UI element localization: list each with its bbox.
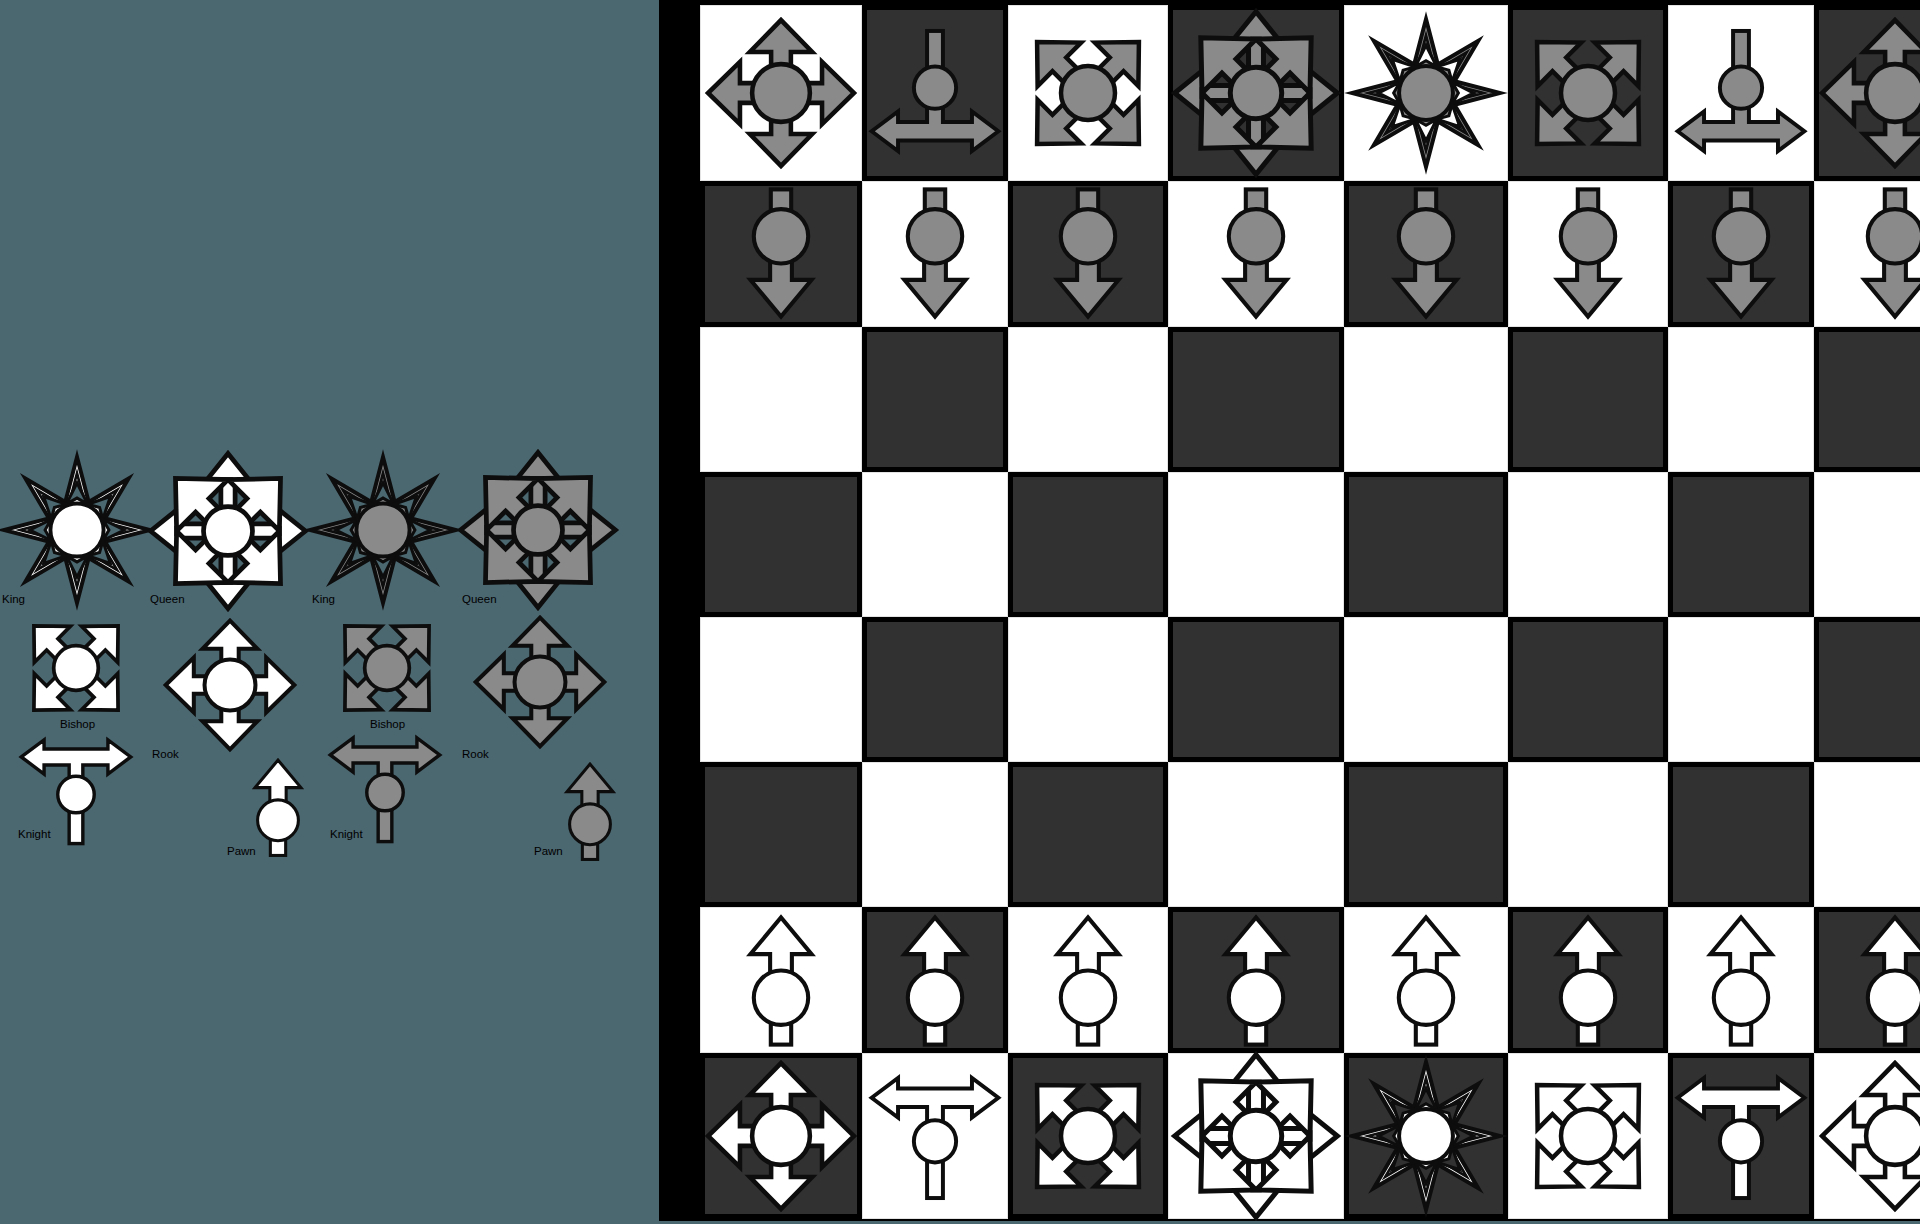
black-queen[interactable]: [1173, 10, 1339, 176]
black-pawn[interactable]: [1673, 186, 1809, 322]
square-h5[interactable]: [1814, 472, 1920, 617]
square-g4[interactable]: [1668, 617, 1814, 762]
legend-label-white-queen: Queen: [150, 593, 185, 606]
chess-board[interactable]: [700, 5, 1920, 1219]
black-pawn[interactable]: [1020, 186, 1156, 322]
square-d1[interactable]: [1168, 1053, 1344, 1219]
white-pawn[interactable]: [1673, 912, 1809, 1048]
white-queen-icon: [149, 452, 307, 610]
square-f8[interactable]: [1508, 5, 1668, 181]
square-c1[interactable]: [1008, 1053, 1168, 1219]
square-h4[interactable]: [1814, 617, 1920, 762]
black-pawn[interactable]: [713, 186, 849, 322]
legend-label-white-knight: Knight: [18, 828, 51, 841]
black-pawn[interactable]: [867, 186, 1003, 322]
square-a3[interactable]: [700, 762, 862, 907]
black-pawn[interactable]: [1827, 186, 1920, 322]
white-bishop[interactable]: [1013, 1061, 1163, 1211]
white-bishop[interactable]: [1513, 1061, 1663, 1211]
white-pawn[interactable]: [1020, 912, 1156, 1048]
square-b4[interactable]: [862, 617, 1008, 762]
legend-label-white-pawn: Pawn: [227, 845, 256, 858]
white-rook-icon: [163, 618, 297, 752]
legend-label-white-bishop: Bishop: [60, 718, 95, 731]
white-pawn[interactable]: [1188, 912, 1324, 1048]
square-a5[interactable]: [700, 472, 862, 617]
square-b1[interactable]: [862, 1053, 1008, 1219]
legend-label-white-rook: Rook: [152, 748, 179, 761]
square-f3[interactable]: [1508, 762, 1668, 907]
square-a6[interactable]: [700, 327, 862, 472]
square-g8[interactable]: [1668, 5, 1814, 181]
black-pawn[interactable]: [1358, 186, 1494, 322]
square-a1[interactable]: [700, 1053, 862, 1219]
square-d5[interactable]: [1168, 472, 1344, 617]
white-rook[interactable]: [705, 1060, 857, 1212]
square-h8[interactable]: [1814, 5, 1920, 181]
legend-label-black-bishop: Bishop: [370, 718, 405, 731]
legend-label-black-king: King: [312, 593, 335, 606]
square-g3[interactable]: [1668, 762, 1814, 907]
black-pawn[interactable]: [1188, 186, 1324, 322]
white-bishop-icon: [14, 606, 138, 730]
square-b3[interactable]: [862, 762, 1008, 907]
square-a8[interactable]: [700, 5, 862, 181]
square-c8[interactable]: [1008, 5, 1168, 181]
square-f2[interactable]: [1508, 907, 1668, 1053]
square-g1[interactable]: [1668, 1053, 1814, 1219]
square-g6[interactable]: [1668, 327, 1814, 472]
black-rook[interactable]: [705, 17, 857, 169]
square-d8[interactable]: [1168, 5, 1344, 181]
black-queen-icon: [459, 451, 617, 609]
white-pawn[interactable]: [1520, 912, 1656, 1048]
square-d6[interactable]: [1168, 327, 1344, 472]
square-d4[interactable]: [1168, 617, 1344, 762]
white-knight[interactable]: [869, 1070, 1001, 1202]
white-king[interactable]: [1349, 1059, 1503, 1213]
piece-movement-legend: King Queen King Queen Bishop Rook Bishop…: [0, 0, 659, 1224]
square-f4[interactable]: [1508, 617, 1668, 762]
square-b8[interactable]: [862, 5, 1008, 181]
square-h1[interactable]: [1814, 1053, 1920, 1219]
square-h6[interactable]: [1814, 327, 1920, 472]
white-pawn[interactable]: [1827, 912, 1920, 1048]
square-e5[interactable]: [1344, 472, 1508, 617]
black-king[interactable]: [1349, 16, 1503, 170]
legend-label-black-pawn: Pawn: [534, 845, 563, 858]
square-f7[interactable]: [1508, 181, 1668, 327]
white-pawn[interactable]: [867, 912, 1003, 1048]
white-pawn[interactable]: [1358, 912, 1494, 1048]
square-f5[interactable]: [1508, 472, 1668, 617]
white-rook[interactable]: [1819, 1060, 1920, 1212]
square-c2[interactable]: [1008, 907, 1168, 1053]
square-e3[interactable]: [1344, 762, 1508, 907]
square-e2[interactable]: [1344, 907, 1508, 1053]
square-b5[interactable]: [862, 472, 1008, 617]
white-king-icon: [1, 454, 153, 606]
square-e6[interactable]: [1344, 327, 1508, 472]
legend-label-black-rook: Rook: [462, 748, 489, 761]
square-a7[interactable]: [700, 181, 862, 327]
square-d2[interactable]: [1168, 907, 1344, 1053]
square-a2[interactable]: [700, 907, 862, 1053]
square-h2[interactable]: [1814, 907, 1920, 1053]
square-f6[interactable]: [1508, 327, 1668, 472]
square-c5[interactable]: [1008, 472, 1168, 617]
square-e8[interactable]: [1344, 5, 1508, 181]
square-f1[interactable]: [1508, 1053, 1668, 1219]
square-h7[interactable]: [1814, 181, 1920, 327]
black-rook-icon: [473, 615, 607, 749]
square-b7[interactable]: [862, 181, 1008, 327]
black-king-icon: [307, 454, 459, 606]
square-h3[interactable]: [1814, 762, 1920, 907]
black-bishop[interactable]: [1513, 18, 1663, 168]
square-e7[interactable]: [1344, 181, 1508, 327]
square-g5[interactable]: [1668, 472, 1814, 617]
black-pawn[interactable]: [1520, 186, 1656, 322]
square-c3[interactable]: [1008, 762, 1168, 907]
black-bishop[interactable]: [1013, 18, 1163, 168]
square-d3[interactable]: [1168, 762, 1344, 907]
square-b6[interactable]: [862, 327, 1008, 472]
white-pawn-icon: [227, 756, 329, 858]
square-c4[interactable]: [1008, 617, 1168, 762]
legend-label-white-king: King: [2, 593, 25, 606]
square-g2[interactable]: [1668, 907, 1814, 1053]
black-knight[interactable]: [869, 27, 1001, 159]
square-c6[interactable]: [1008, 327, 1168, 472]
black-bishop-icon: [325, 606, 449, 730]
square-a4[interactable]: [700, 617, 862, 762]
square-g7[interactable]: [1668, 181, 1814, 327]
white-pawn[interactable]: [713, 912, 849, 1048]
white-knight[interactable]: [1675, 1070, 1807, 1202]
square-d7[interactable]: [1168, 181, 1344, 327]
legend-label-black-queen: Queen: [462, 593, 497, 606]
square-b2[interactable]: [862, 907, 1008, 1053]
square-e4[interactable]: [1344, 617, 1508, 762]
black-knight[interactable]: [1675, 27, 1807, 159]
legend-label-black-knight: Knight: [330, 828, 363, 841]
white-queen[interactable]: [1173, 1053, 1339, 1219]
black-rook[interactable]: [1819, 17, 1920, 169]
square-c7[interactable]: [1008, 181, 1168, 327]
square-e1[interactable]: [1344, 1053, 1508, 1219]
chess-board-frame: [659, 0, 1920, 1221]
